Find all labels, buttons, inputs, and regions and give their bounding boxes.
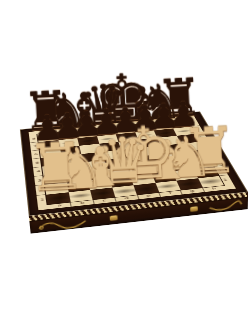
chess-board-3d: abcdefgh abcdefgh 87654321 87654321 ♜♞♝♛… — [20, 112, 248, 216]
brass-latch-icon — [110, 215, 118, 221]
piece-white-rook: ♜ — [22, 132, 91, 201]
chess-set-photo: abcdefgh abcdefgh 87654321 87654321 ♜♞♝♛… — [0, 0, 250, 311]
brass-latch-icon — [190, 206, 198, 212]
